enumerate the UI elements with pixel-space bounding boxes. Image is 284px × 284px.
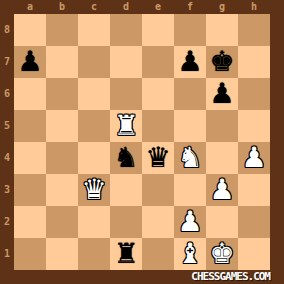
white-queen-icon: ♛ [81, 174, 106, 206]
square-f4: ♞ [174, 142, 206, 174]
white-pawn-icon: ♟ [241, 142, 266, 174]
square-g5 [206, 110, 238, 142]
square-d4: ♞ [110, 142, 142, 174]
square-d7 [110, 46, 142, 78]
square-b6 [46, 78, 78, 110]
square-d3 [110, 174, 142, 206]
square-a3 [14, 174, 46, 206]
black-knight-icon: ♞ [113, 142, 138, 174]
black-rook-icon: ♜ [113, 238, 138, 270]
square-h2 [238, 206, 270, 238]
black-pawn-icon: ♟ [177, 46, 202, 78]
square-c3: ♛ [78, 174, 110, 206]
rank-label-2: 2 [0, 206, 14, 238]
square-g6: ♟ [206, 78, 238, 110]
square-a8 [14, 14, 46, 46]
chess-diagram: abcdefgh 87654321 ♟♟♚♟♜♞♛♞♟♛♟♟♜♝♚ CHESSG… [0, 0, 284, 284]
square-h4: ♟ [238, 142, 270, 174]
rank-label-5: 5 [0, 110, 14, 142]
black-queen-icon: ♛ [145, 142, 170, 174]
rank-label-8: 8 [0, 14, 14, 46]
square-h3 [238, 174, 270, 206]
square-c6 [78, 78, 110, 110]
chess-board: ♟♟♚♟♜♞♛♞♟♛♟♟♜♝♚ [14, 14, 270, 270]
file-label-d: d [110, 0, 142, 14]
square-e4: ♛ [142, 142, 174, 174]
white-rook-icon: ♜ [113, 110, 138, 142]
file-label-g: g [206, 0, 238, 14]
square-e2 [142, 206, 174, 238]
square-f7: ♟ [174, 46, 206, 78]
square-e6 [142, 78, 174, 110]
square-h1 [238, 238, 270, 270]
square-e3 [142, 174, 174, 206]
rank-label-7: 7 [0, 46, 14, 78]
file-label-h: h [238, 0, 270, 14]
square-c7 [78, 46, 110, 78]
square-g8 [206, 14, 238, 46]
square-a7: ♟ [14, 46, 46, 78]
square-g7: ♚ [206, 46, 238, 78]
square-b4 [46, 142, 78, 174]
file-label-e: e [142, 0, 174, 14]
rank-label-3: 3 [0, 174, 14, 206]
square-a2 [14, 206, 46, 238]
black-king-icon: ♚ [209, 46, 234, 78]
square-f1: ♝ [174, 238, 206, 270]
file-label-f: f [174, 0, 206, 14]
square-h6 [238, 78, 270, 110]
white-king-icon: ♚ [209, 238, 234, 270]
square-h7 [238, 46, 270, 78]
rank-labels: 87654321 [0, 14, 14, 270]
square-b7 [46, 46, 78, 78]
square-e1 [142, 238, 174, 270]
square-c1 [78, 238, 110, 270]
black-pawn-icon: ♟ [209, 78, 234, 110]
square-c2 [78, 206, 110, 238]
white-bishop-icon: ♝ [177, 238, 202, 270]
square-a4 [14, 142, 46, 174]
square-f8 [174, 14, 206, 46]
square-e8 [142, 14, 174, 46]
square-e7 [142, 46, 174, 78]
square-d5: ♜ [110, 110, 142, 142]
square-d2 [110, 206, 142, 238]
square-g2 [206, 206, 238, 238]
black-pawn-icon: ♟ [17, 46, 42, 78]
square-b2 [46, 206, 78, 238]
square-h8 [238, 14, 270, 46]
square-e5 [142, 110, 174, 142]
white-pawn-icon: ♟ [209, 174, 234, 206]
rank-label-6: 6 [0, 78, 14, 110]
square-b5 [46, 110, 78, 142]
square-c4 [78, 142, 110, 174]
square-c5 [78, 110, 110, 142]
square-f2: ♟ [174, 206, 206, 238]
square-g3: ♟ [206, 174, 238, 206]
square-a1 [14, 238, 46, 270]
file-label-c: c [78, 0, 110, 14]
square-f6 [174, 78, 206, 110]
square-g1: ♚ [206, 238, 238, 270]
square-b3 [46, 174, 78, 206]
white-pawn-icon: ♟ [177, 206, 202, 238]
rank-label-4: 4 [0, 142, 14, 174]
square-g4 [206, 142, 238, 174]
square-d8 [110, 14, 142, 46]
chessgames-logo: CHESSGAMES.COM [191, 270, 270, 284]
file-label-b: b [46, 0, 78, 14]
square-b1 [46, 238, 78, 270]
square-d1: ♜ [110, 238, 142, 270]
white-knight-icon: ♞ [177, 142, 202, 174]
square-h5 [238, 110, 270, 142]
square-b8 [46, 14, 78, 46]
file-labels: abcdefgh [14, 0, 270, 14]
file-label-a: a [14, 0, 46, 14]
rank-label-1: 1 [0, 238, 14, 270]
square-d6 [110, 78, 142, 110]
square-a5 [14, 110, 46, 142]
square-f3 [174, 174, 206, 206]
square-c8 [78, 14, 110, 46]
square-a6 [14, 78, 46, 110]
square-f5 [174, 110, 206, 142]
